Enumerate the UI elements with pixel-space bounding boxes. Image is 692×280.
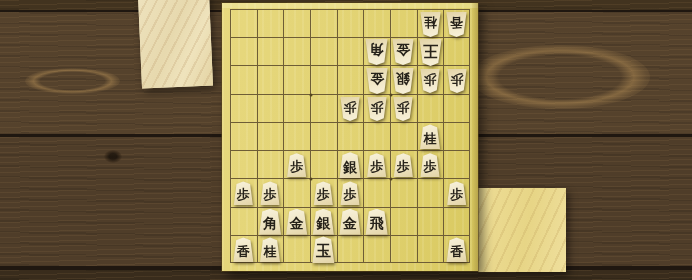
piece-kanji: 桂	[424, 132, 437, 145]
pieces-layer: 桂香角金王金銀歩歩歩歩歩桂歩銀歩歩歩歩歩歩歩歩角金銀金飛香桂玉香	[230, 9, 470, 263]
piece-kanji: 金	[396, 44, 410, 58]
piece-kanji: 歩	[237, 188, 250, 201]
wood-knot	[104, 150, 122, 163]
piece-kanji: 飛	[370, 216, 384, 230]
piece-kanji: 歩	[344, 188, 357, 201]
shogi-board: 桂香角金王金銀歩歩歩歩歩桂歩銀歩歩歩歩歩歩歩歩角金銀金飛香桂玉香	[222, 3, 478, 271]
piece-kanji: 金	[370, 72, 384, 86]
piece-kanji: 桂	[424, 16, 437, 29]
wood-knot	[470, 45, 650, 109]
piece-kanji: 銀	[396, 72, 410, 86]
piece-kanji: 金	[290, 216, 304, 230]
wood-knot	[25, 68, 120, 94]
piece-kanji: 歩	[450, 73, 463, 86]
piece-kanji: 歩	[450, 188, 463, 201]
piece-kanji: 香	[450, 245, 463, 258]
board-right-edge	[471, 3, 478, 271]
piece-kanji: 金	[343, 216, 357, 230]
piece-kanji: 歩	[397, 101, 410, 114]
komadai-left-panel	[138, 0, 213, 89]
piece-kanji: 銀	[316, 216, 330, 230]
piece-kanji: 歩	[370, 160, 383, 173]
piece-kanji: 歩	[424, 160, 437, 173]
komadai-right-panel	[478, 188, 566, 272]
piece-kanji: 王	[423, 43, 438, 58]
piece-kanji: 香	[237, 245, 250, 258]
piece-kanji: 歩	[317, 188, 330, 201]
piece-kanji: 歩	[344, 101, 357, 114]
piece-kanji: 歩	[264, 188, 277, 201]
piece-kanji: 歩	[424, 73, 437, 86]
wood-plank	[0, 270, 692, 280]
piece-kanji: 玉	[316, 244, 331, 259]
piece-kanji: 歩	[290, 160, 303, 173]
piece-kanji: 角	[370, 44, 384, 58]
piece-kanji: 角	[263, 216, 277, 230]
piece-kanji: 桂	[264, 245, 277, 258]
shogi-photo-scene: 桂香角金王金銀歩歩歩歩歩桂歩銀歩歩歩歩歩歩歩歩角金銀金飛香桂玉香	[0, 0, 692, 280]
piece-kanji: 香	[450, 16, 463, 29]
piece-kanji: 歩	[370, 101, 383, 114]
piece-kanji: 歩	[397, 160, 410, 173]
board-top-edge	[222, 3, 478, 8]
piece-kanji: 銀	[343, 160, 357, 174]
